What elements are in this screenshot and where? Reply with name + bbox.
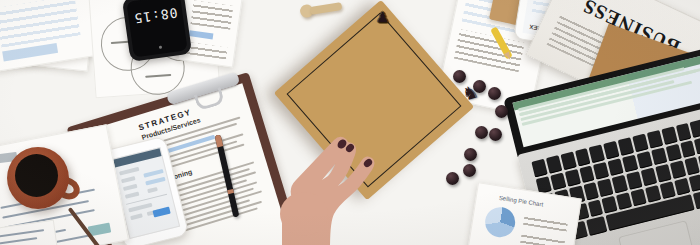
laptop-key bbox=[631, 188, 647, 206]
app-submit-button bbox=[153, 207, 171, 218]
hand bbox=[238, 118, 403, 245]
laptop-key bbox=[655, 164, 671, 182]
laptop-key bbox=[587, 199, 603, 217]
laptop-key bbox=[550, 172, 566, 190]
phone-screen: 08:15 bbox=[126, 0, 187, 57]
laptop-key bbox=[612, 175, 628, 193]
black-phone: 08:15 bbox=[122, 0, 192, 62]
pie-chart bbox=[483, 205, 517, 239]
laptop-key bbox=[583, 182, 599, 200]
camera-dot-icon bbox=[159, 46, 162, 49]
laptop-key bbox=[641, 168, 657, 186]
desk-scene: 08:15 STRATEGY Products/Services Positio… bbox=[0, 0, 700, 245]
laptop-key bbox=[690, 119, 700, 137]
loose-dark-pawn[interactable] bbox=[475, 126, 488, 139]
laptop-key bbox=[645, 185, 661, 203]
laptop-key bbox=[531, 159, 547, 177]
loose-dark-pawn[interactable] bbox=[463, 164, 476, 177]
laptop-key bbox=[670, 161, 686, 179]
laptop-key bbox=[665, 143, 681, 161]
loose-dark-pawn[interactable] bbox=[489, 128, 502, 141]
laptop-key bbox=[622, 154, 638, 172]
laptop-key bbox=[608, 158, 624, 176]
laptop-key bbox=[564, 169, 580, 187]
laptop-key bbox=[651, 147, 667, 165]
laptop-key bbox=[674, 178, 690, 196]
laptop-key bbox=[589, 144, 605, 162]
light-piece-lying[interactable] bbox=[299, 0, 347, 21]
laptop-key bbox=[560, 152, 576, 170]
laptop-key bbox=[546, 155, 562, 173]
laptop-key bbox=[637, 151, 653, 169]
loose-dark-pawn[interactable] bbox=[446, 172, 459, 185]
laptop-key bbox=[616, 192, 632, 210]
laptop-key bbox=[675, 123, 691, 141]
laptop-key bbox=[618, 137, 634, 155]
pie-chart-title: Selling Pie Chart bbox=[498, 195, 543, 208]
laptop-key bbox=[626, 171, 642, 189]
laptop-key bbox=[598, 179, 614, 197]
laptop-key bbox=[579, 165, 595, 183]
laptop-key bbox=[575, 148, 591, 166]
laptop-key bbox=[661, 126, 677, 144]
piece-body bbox=[310, 2, 343, 15]
laptop-key bbox=[632, 134, 648, 152]
laptop-key bbox=[602, 196, 618, 214]
laptop-key bbox=[603, 141, 619, 159]
laptop-key bbox=[688, 174, 700, 192]
laptop-key bbox=[647, 130, 663, 148]
laptop-key bbox=[586, 216, 607, 235]
loose-dark-pawn[interactable] bbox=[464, 148, 477, 161]
app-header-bar bbox=[111, 148, 161, 168]
laptop-key bbox=[680, 140, 696, 158]
clock-time: 08:15 bbox=[128, 4, 184, 26]
laptop-key bbox=[593, 161, 609, 179]
coffee bbox=[15, 154, 58, 197]
coffee-mug bbox=[7, 147, 69, 209]
laptop-key bbox=[684, 157, 700, 175]
laptop-key bbox=[694, 136, 700, 154]
laptop-key bbox=[659, 181, 675, 199]
blue-highlight-chip bbox=[189, 30, 214, 39]
